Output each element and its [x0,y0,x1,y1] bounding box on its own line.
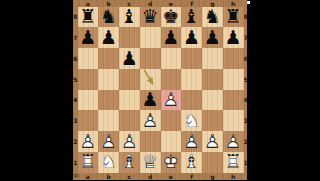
file-label-bottom-b: b [98,173,119,181]
square-f4[interactable] [181,90,202,111]
piece-white-pawn[interactable]: ♟♙ [78,131,99,152]
file-label-bottom-g: g [202,173,223,181]
square-b6[interactable] [98,48,119,69]
square-h4[interactable] [223,90,244,111]
piece-black-rook[interactable]: ♜ [223,7,244,28]
white-rook-outline-glyph: ♖ [78,151,99,172]
black-king-glyph: ♚ [161,6,182,27]
square-c8[interactable]: ♝ [119,7,140,28]
square-e3[interactable] [161,110,182,131]
square-d4[interactable]: ♟ [140,90,161,111]
white-pawn-outline-glyph: ♙ [161,89,182,110]
piece-white-bishop[interactable]: ♝♗ [181,152,202,173]
file-label-bottom-a: a [78,173,99,181]
piece-black-bishop[interactable]: ♝ [119,7,140,28]
square-h8[interactable]: ♜ [223,7,244,28]
square-d6[interactable] [140,48,161,69]
square-a4[interactable] [78,90,99,111]
square-b8[interactable]: ♞ [98,7,119,28]
piece-black-pawn[interactable]: ♟ [98,27,119,48]
square-d5[interactable] [140,69,161,90]
piece-white-king[interactable]: ♚♔ [161,152,182,173]
white-rook-outline-glyph: ♖ [223,151,244,172]
black-pawn-glyph: ♟ [140,89,161,110]
square-f7[interactable]: ♟ [181,27,202,48]
square-c1[interactable]: ♝♗ [119,152,140,173]
piece-black-pawn[interactable]: ♟ [181,27,202,48]
square-e4[interactable]: ♟♙ [161,90,182,111]
square-d2[interactable] [140,131,161,152]
square-g6[interactable] [202,48,223,69]
square-h1[interactable]: ♜♖ [223,152,244,173]
square-c3[interactable] [119,110,140,131]
square-d1[interactable]: ♛♕ [140,152,161,173]
white-pawn-outline-glyph: ♙ [98,131,119,152]
rank-label-right-5: 5 [244,69,248,90]
piece-white-rook[interactable]: ♜♖ [223,152,244,173]
piece-black-rook[interactable]: ♜ [78,7,99,28]
piece-white-pawn[interactable]: ♟♙ [223,131,244,152]
piece-white-knight[interactable]: ♞♘ [98,152,119,173]
square-g5[interactable] [202,69,223,90]
square-e7[interactable]: ♟ [161,27,182,48]
black-bishop-glyph: ♝ [181,6,202,27]
square-d7[interactable] [140,27,161,48]
piece-white-queen[interactable]: ♛♕ [140,152,161,173]
square-g3[interactable] [202,110,223,131]
square-h7[interactable]: ♟ [223,27,244,48]
square-g1[interactable] [202,152,223,173]
chessboard: abcdefgh abcdefgh 87654321 87654321 © ♜♞… [73,0,247,180]
square-a7[interactable]: ♟ [78,27,99,48]
square-a5[interactable] [78,69,99,90]
white-pawn-outline-glyph: ♙ [202,131,223,152]
piece-white-pawn[interactable]: ♟♙ [140,110,161,131]
piece-black-pawn[interactable]: ♟ [78,27,99,48]
letterbox-right [247,0,320,180]
square-b5[interactable] [98,69,119,90]
white-pawn-outline-glyph: ♙ [119,131,140,152]
rank-label-right-7: 7 [244,27,248,48]
white-pawn-outline-glyph: ♙ [223,131,244,152]
white-dot-artifact [247,1,250,4]
square-c5[interactable] [119,69,140,90]
black-rook-glyph: ♜ [78,6,99,27]
square-c4[interactable] [119,90,140,111]
black-bishop-glyph: ♝ [119,6,140,27]
file-label-bottom-d: d [140,173,161,181]
square-h2[interactable]: ♟♙ [223,131,244,152]
square-b7[interactable]: ♟ [98,27,119,48]
square-b3[interactable] [98,110,119,131]
piece-black-pawn[interactable]: ♟ [119,48,140,69]
piece-black-king[interactable]: ♚ [161,7,182,28]
black-pawn-glyph: ♟ [181,27,202,48]
square-g7[interactable]: ♟ [202,27,223,48]
piece-black-knight[interactable]: ♞ [202,7,223,28]
piece-black-pawn[interactable]: ♟ [202,27,223,48]
black-pawn-glyph: ♟ [98,27,119,48]
square-h6[interactable] [223,48,244,69]
white-queen-outline-glyph: ♕ [140,151,161,172]
square-f2[interactable]: ♟♙ [181,131,202,152]
square-a2[interactable]: ♟♙ [78,131,99,152]
piece-white-pawn[interactable]: ♟♙ [181,131,202,152]
square-a3[interactable] [78,110,99,131]
white-pawn-outline-glyph: ♙ [78,131,99,152]
black-pawn-glyph: ♟ [202,27,223,48]
square-c2[interactable]: ♟♙ [119,131,140,152]
square-f8[interactable]: ♝ [181,7,202,28]
white-knight-outline-glyph: ♘ [98,151,119,172]
rank-label-right-2: 2 [244,131,248,152]
piece-white-bishop[interactable]: ♝♗ [119,152,140,173]
rank-label-right-4: 4 [244,90,248,111]
white-bishop-outline-glyph: ♗ [181,151,202,172]
white-king-outline-glyph: ♔ [161,151,182,172]
piece-white-rook[interactable]: ♜♖ [78,152,99,173]
piece-black-pawn[interactable]: ♟ [140,90,161,111]
square-d8[interactable]: ♛ [140,7,161,28]
square-a1[interactable]: ♜♖ [78,152,99,173]
square-b4[interactable] [98,90,119,111]
square-a6[interactable] [78,48,99,69]
black-rook-glyph: ♜ [223,6,244,27]
white-pawn-outline-glyph: ♙ [181,131,202,152]
piece-black-pawn[interactable]: ♟ [223,27,244,48]
rank-label-right-1: 1 [244,152,248,173]
file-label-bottom-h: h [223,173,244,181]
square-b2[interactable]: ♟♙ [98,131,119,152]
file-label-bottom-c: c [119,173,140,181]
square-g4[interactable] [202,90,223,111]
square-f1[interactable]: ♝♗ [181,152,202,173]
white-pawn-outline-glyph: ♙ [140,110,161,131]
square-e1[interactable]: ♚♔ [161,152,182,173]
piece-black-queen[interactable]: ♛ [140,7,161,28]
piece-white-pawn[interactable]: ♟♙ [202,131,223,152]
square-h3[interactable] [223,110,244,131]
rank-label-right-3: 3 [244,110,248,131]
black-pawn-glyph: ♟ [119,48,140,69]
black-queen-glyph: ♛ [140,6,161,27]
video-frame: abcdefgh abcdefgh 87654321 87654321 © ♜♞… [0,0,320,180]
square-b1[interactable]: ♞♘ [98,152,119,173]
square-f3[interactable]: ♞♘ [181,110,202,131]
chessboard-squares: ♜♞♝♛♚♝♞♜♟♟♟♟♟♟♟♟♟♙♟♙♞♘♟♙♟♙♟♙♟♙♟♙♟♙♜♖♞♘♝♗… [78,7,244,173]
square-g2[interactable]: ♟♙ [202,131,223,152]
black-pawn-glyph: ♟ [78,27,99,48]
square-h5[interactable] [223,69,244,90]
piece-white-pawn[interactable]: ♟♙ [161,90,182,111]
file-label-bottom-e: e [161,173,182,181]
white-bishop-outline-glyph: ♗ [119,151,140,172]
square-e8[interactable]: ♚ [161,7,182,28]
white-knight-outline-glyph: ♘ [181,110,202,131]
piece-black-knight[interactable]: ♞ [98,7,119,28]
rank-label-right-8: 8 [244,7,248,28]
square-c7[interactable] [119,27,140,48]
black-knight-glyph: ♞ [98,6,119,27]
black-pawn-glyph: ♟ [223,27,244,48]
square-d3[interactable]: ♟♙ [140,110,161,131]
files-bottom: abcdefgh [78,173,244,181]
piece-white-pawn[interactable]: ♟♙ [98,131,119,152]
square-c6[interactable]: ♟ [119,48,140,69]
piece-black-bishop[interactable]: ♝ [181,7,202,28]
copyright-mark: © [73,172,78,180]
piece-white-pawn[interactable]: ♟♙ [119,131,140,152]
square-a8[interactable]: ♜ [78,7,99,28]
square-e5[interactable] [161,69,182,90]
piece-white-knight[interactable]: ♞♘ [181,110,202,131]
letterbox-left [0,0,73,180]
square-e2[interactable] [161,131,182,152]
ranks-right: 87654321 [244,7,248,173]
black-pawn-glyph: ♟ [161,27,182,48]
square-f5[interactable] [181,69,202,90]
file-label-bottom-f: f [181,173,202,181]
rank-label-right-6: 6 [244,48,248,69]
black-knight-glyph: ♞ [202,6,223,27]
square-f6[interactable] [181,48,202,69]
piece-black-pawn[interactable]: ♟ [161,27,182,48]
square-e6[interactable] [161,48,182,69]
square-g8[interactable]: ♞ [202,7,223,28]
